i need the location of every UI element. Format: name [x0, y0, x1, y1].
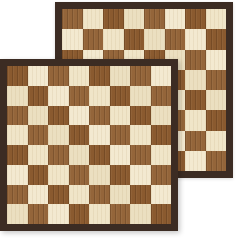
board-square	[89, 86, 110, 106]
board-square	[28, 125, 49, 145]
board-square	[130, 185, 151, 205]
board-square	[48, 125, 69, 145]
board-square	[48, 106, 69, 126]
board-square	[130, 106, 151, 126]
board-square	[69, 86, 90, 106]
board-square	[69, 106, 90, 126]
board-square	[89, 165, 110, 185]
board-square	[103, 29, 124, 49]
board-square	[206, 70, 227, 90]
board-square	[185, 90, 206, 110]
board-square	[69, 204, 90, 224]
board-square	[151, 66, 172, 86]
board-square	[110, 125, 131, 145]
board-square	[144, 29, 165, 49]
board-square	[48, 86, 69, 106]
board-square	[110, 165, 131, 185]
board-square	[185, 151, 206, 171]
board-square	[7, 204, 28, 224]
board-square	[206, 110, 227, 130]
board-square	[28, 106, 49, 126]
board-square	[206, 151, 227, 171]
board-square	[185, 131, 206, 151]
board-square	[7, 106, 28, 126]
board-square	[130, 204, 151, 224]
board-square	[130, 165, 151, 185]
board-square	[89, 66, 110, 86]
board-square	[151, 125, 172, 145]
board-square	[28, 66, 49, 86]
board-square	[110, 66, 131, 86]
board-square	[89, 125, 110, 145]
board-square	[7, 145, 28, 165]
board-square	[89, 185, 110, 205]
board-square	[185, 50, 206, 70]
board-square	[144, 9, 165, 29]
board-square	[130, 125, 151, 145]
board-square	[83, 9, 104, 29]
board-square	[69, 66, 90, 86]
board-square	[185, 29, 206, 49]
board-square	[28, 86, 49, 106]
board-square	[151, 204, 172, 224]
board-square	[69, 165, 90, 185]
board-square	[185, 9, 206, 29]
board-square	[48, 165, 69, 185]
board-square	[124, 9, 145, 29]
board-square	[110, 204, 131, 224]
board-square	[110, 106, 131, 126]
board-square	[89, 204, 110, 224]
board-square	[83, 29, 104, 49]
board-square	[185, 70, 206, 90]
board-square	[110, 86, 131, 106]
board-square	[130, 66, 151, 86]
chessboard-front	[0, 59, 178, 231]
board-square	[185, 110, 206, 130]
board-square	[89, 145, 110, 165]
board-square	[69, 145, 90, 165]
product-photo-two-chessboards	[0, 0, 238, 238]
board-square	[206, 50, 227, 70]
board-square	[110, 145, 131, 165]
board-square	[151, 185, 172, 205]
board-square	[151, 86, 172, 106]
board-square	[48, 66, 69, 86]
board-square	[69, 185, 90, 205]
board-square	[28, 185, 49, 205]
board-square	[124, 29, 145, 49]
board-square	[48, 185, 69, 205]
board-square	[165, 29, 186, 49]
board-square	[62, 29, 83, 49]
board-square	[89, 106, 110, 126]
board-square	[206, 90, 227, 110]
board-square	[28, 204, 49, 224]
board-square	[103, 9, 124, 29]
board-square	[28, 165, 49, 185]
board-square	[7, 185, 28, 205]
board-square	[151, 165, 172, 185]
board-square	[151, 106, 172, 126]
board-square	[48, 204, 69, 224]
board-square	[151, 145, 172, 165]
board-square	[206, 131, 227, 151]
board-square	[48, 145, 69, 165]
board-square	[7, 66, 28, 86]
board-square	[7, 125, 28, 145]
board-square	[7, 165, 28, 185]
board-square	[110, 185, 131, 205]
board-square	[130, 145, 151, 165]
board-square	[165, 9, 186, 29]
board-square	[7, 86, 28, 106]
board-square	[130, 86, 151, 106]
board-square	[206, 29, 227, 49]
board-square	[62, 9, 83, 29]
board-square	[28, 145, 49, 165]
board-square	[69, 125, 90, 145]
board-square	[206, 9, 227, 29]
